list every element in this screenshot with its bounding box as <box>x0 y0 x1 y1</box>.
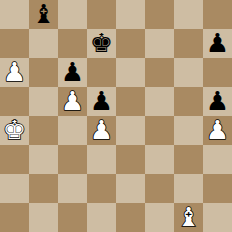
black-pawn-piece: ♟ <box>206 87 229 116</box>
square-d6[interactable] <box>87 58 116 87</box>
square-e7[interactable] <box>116 29 145 58</box>
square-c7[interactable] <box>58 29 87 58</box>
square-b7[interactable] <box>29 29 58 58</box>
square-f4[interactable] <box>145 116 174 145</box>
square-f2[interactable] <box>145 174 174 203</box>
square-f5[interactable] <box>145 87 174 116</box>
square-c1[interactable] <box>58 203 87 232</box>
square-h8[interactable] <box>203 0 232 29</box>
square-f8[interactable] <box>145 0 174 29</box>
square-d2[interactable] <box>87 174 116 203</box>
square-e1[interactable] <box>116 203 145 232</box>
square-g6[interactable] <box>174 58 203 87</box>
square-h7[interactable]: ♟ <box>203 29 232 58</box>
white-bishop-piece: ♝ <box>177 203 200 232</box>
square-a5[interactable] <box>0 87 29 116</box>
black-bishop-piece: ♝ <box>32 0 55 29</box>
square-g3[interactable] <box>174 145 203 174</box>
square-a4[interactable]: ♚ <box>0 116 29 145</box>
square-h5[interactable]: ♟ <box>203 87 232 116</box>
black-king-piece: ♚ <box>90 29 113 58</box>
square-a2[interactable] <box>0 174 29 203</box>
square-b2[interactable] <box>29 174 58 203</box>
square-h1[interactable] <box>203 203 232 232</box>
square-e2[interactable] <box>116 174 145 203</box>
chess-board: ♝♚♟♟♟♟♟♟♚♟♟♝ <box>0 0 232 232</box>
square-e6[interactable] <box>116 58 145 87</box>
square-f6[interactable] <box>145 58 174 87</box>
square-f7[interactable] <box>145 29 174 58</box>
square-g7[interactable] <box>174 29 203 58</box>
white-pawn-piece: ♟ <box>90 116 113 145</box>
square-h3[interactable] <box>203 145 232 174</box>
square-h2[interactable] <box>203 174 232 203</box>
square-e4[interactable] <box>116 116 145 145</box>
square-e8[interactable] <box>116 0 145 29</box>
square-b6[interactable] <box>29 58 58 87</box>
square-a6[interactable]: ♟ <box>0 58 29 87</box>
square-d3[interactable] <box>87 145 116 174</box>
white-pawn-piece: ♟ <box>61 87 84 116</box>
square-g1[interactable]: ♝ <box>174 203 203 232</box>
square-h6[interactable] <box>203 58 232 87</box>
square-a8[interactable] <box>0 0 29 29</box>
square-c4[interactable] <box>58 116 87 145</box>
white-pawn-piece: ♟ <box>3 58 26 87</box>
square-c5[interactable]: ♟ <box>58 87 87 116</box>
black-pawn-piece: ♟ <box>206 29 229 58</box>
square-g8[interactable] <box>174 0 203 29</box>
square-a3[interactable] <box>0 145 29 174</box>
square-c6[interactable]: ♟ <box>58 58 87 87</box>
black-pawn-piece: ♟ <box>90 87 113 116</box>
square-f3[interactable] <box>145 145 174 174</box>
square-e5[interactable] <box>116 87 145 116</box>
square-b3[interactable] <box>29 145 58 174</box>
white-pawn-piece: ♟ <box>206 116 229 145</box>
square-g4[interactable] <box>174 116 203 145</box>
square-c2[interactable] <box>58 174 87 203</box>
square-d8[interactable] <box>87 0 116 29</box>
square-f1[interactable] <box>145 203 174 232</box>
square-d4[interactable]: ♟ <box>87 116 116 145</box>
square-b8[interactable]: ♝ <box>29 0 58 29</box>
square-c8[interactable] <box>58 0 87 29</box>
square-d7[interactable]: ♚ <box>87 29 116 58</box>
square-d1[interactable] <box>87 203 116 232</box>
square-b5[interactable] <box>29 87 58 116</box>
square-a1[interactable] <box>0 203 29 232</box>
square-d5[interactable]: ♟ <box>87 87 116 116</box>
square-e3[interactable] <box>116 145 145 174</box>
square-c3[interactable] <box>58 145 87 174</box>
white-king-piece: ♚ <box>3 116 26 145</box>
square-b4[interactable] <box>29 116 58 145</box>
square-h4[interactable]: ♟ <box>203 116 232 145</box>
square-g2[interactable] <box>174 174 203 203</box>
square-g5[interactable] <box>174 87 203 116</box>
black-pawn-piece: ♟ <box>61 58 84 87</box>
square-a7[interactable] <box>0 29 29 58</box>
square-b1[interactable] <box>29 203 58 232</box>
